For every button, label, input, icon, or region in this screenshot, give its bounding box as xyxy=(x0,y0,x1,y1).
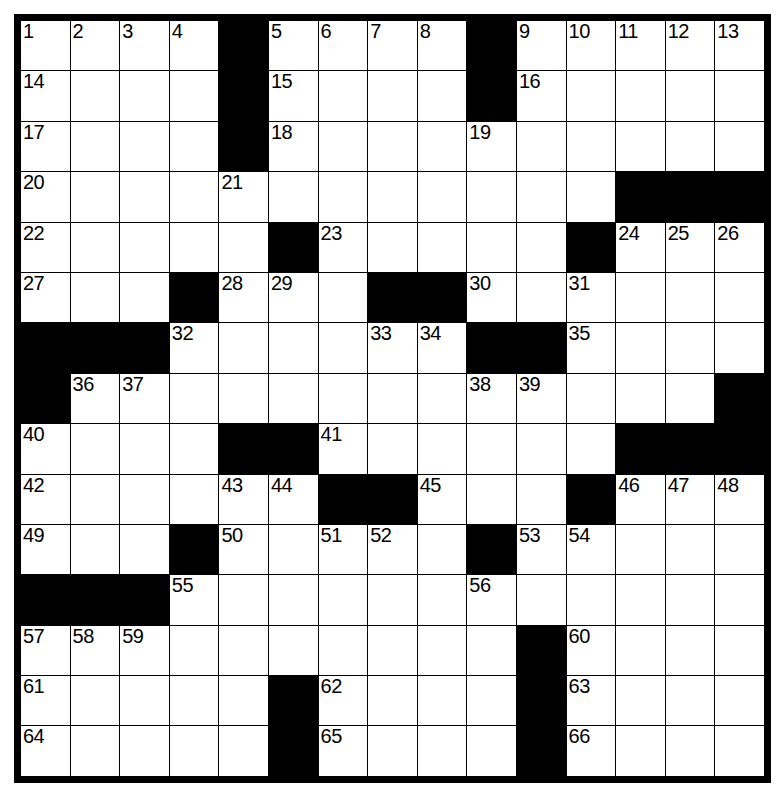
clue-number: 55 xyxy=(172,575,193,595)
cell-r5c2[interactable] xyxy=(71,223,120,272)
cell-r9c11[interactable] xyxy=(517,424,566,473)
cell-r7c15[interactable] xyxy=(715,323,764,372)
cell-r14c13[interactable] xyxy=(616,676,665,725)
cell-r10c11[interactable] xyxy=(517,475,566,524)
cell-r13c9[interactable] xyxy=(418,626,467,675)
clue-number: 36 xyxy=(73,374,94,394)
cell-r6c3[interactable] xyxy=(120,273,169,322)
clue-number: 16 xyxy=(519,71,540,91)
page: 1234567891011121314151617181920212223242… xyxy=(0,0,784,800)
cell-r6c14[interactable] xyxy=(666,273,715,322)
cell-r3c14[interactable] xyxy=(666,122,715,171)
cell-r11c9[interactable] xyxy=(418,525,467,574)
clue-number: 28 xyxy=(221,273,242,293)
clue-number: 47 xyxy=(668,475,689,495)
cell-r14c12[interactable]: 63 xyxy=(567,676,616,725)
cell-r1c3[interactable]: 3 xyxy=(120,21,169,70)
cell-r12c13[interactable] xyxy=(616,575,665,624)
cell-r13c12[interactable]: 60 xyxy=(567,626,616,675)
cell-r4c8[interactable] xyxy=(368,172,417,221)
cell-r13c5[interactable] xyxy=(219,626,268,675)
cell-r11c7[interactable]: 51 xyxy=(319,525,368,574)
cell-r3c15[interactable] xyxy=(715,122,764,171)
cell-r9c10[interactable] xyxy=(467,424,516,473)
cell-r7c7[interactable] xyxy=(319,323,368,372)
cell-r1c7[interactable]: 6 xyxy=(319,21,368,70)
cell-r15c15[interactable] xyxy=(715,726,764,775)
cell-r10c2[interactable] xyxy=(71,475,120,524)
clue-number: 53 xyxy=(519,525,540,545)
clue-number: 62 xyxy=(321,676,342,696)
cell-r9c5 xyxy=(219,424,268,473)
cell-r2c7[interactable] xyxy=(319,71,368,120)
cell-r5c13[interactable]: 24 xyxy=(616,223,665,272)
cell-r6c9 xyxy=(418,273,467,322)
cell-r9c14 xyxy=(666,424,715,473)
cell-r5c9[interactable] xyxy=(418,223,467,272)
cell-r15c2[interactable] xyxy=(71,726,120,775)
cell-r15c12[interactable]: 66 xyxy=(567,726,616,775)
cell-r13c1[interactable]: 57 xyxy=(21,626,70,675)
cell-r6c1[interactable]: 27 xyxy=(21,273,70,322)
clue-number: 52 xyxy=(370,525,391,545)
cell-r12c1 xyxy=(21,575,70,624)
cell-r11c6[interactable] xyxy=(269,525,318,574)
cell-r13c13[interactable] xyxy=(616,626,665,675)
cell-r8c8[interactable] xyxy=(368,374,417,423)
clue-number: 46 xyxy=(618,475,639,495)
cell-r6c8 xyxy=(368,273,417,322)
clue-number: 37 xyxy=(122,374,143,394)
cell-r8c4[interactable] xyxy=(170,374,219,423)
clue-number: 35 xyxy=(569,323,590,343)
cell-r11c12[interactable]: 54 xyxy=(567,525,616,574)
cell-r2c12[interactable] xyxy=(567,71,616,120)
cell-r4c13 xyxy=(616,172,665,221)
clue-number: 4 xyxy=(172,21,183,41)
clue-number: 17 xyxy=(23,122,44,142)
cell-r2c15[interactable] xyxy=(715,71,764,120)
cell-r15c9[interactable] xyxy=(418,726,467,775)
cell-r13c3[interactable]: 59 xyxy=(120,626,169,675)
cell-r13c8[interactable] xyxy=(368,626,417,675)
clue-number: 60 xyxy=(569,626,590,646)
clue-number: 24 xyxy=(618,223,639,243)
cell-r4c4[interactable] xyxy=(170,172,219,221)
clue-number: 54 xyxy=(569,525,590,545)
cell-r4c11[interactable] xyxy=(517,172,566,221)
cell-r6c4 xyxy=(170,273,219,322)
cell-r4c5[interactable]: 21 xyxy=(219,172,268,221)
clue-number: 66 xyxy=(569,726,590,746)
cell-r14c11 xyxy=(517,676,566,725)
cell-r10c8 xyxy=(368,475,417,524)
clue-number: 25 xyxy=(668,223,689,243)
cell-r1c13[interactable]: 11 xyxy=(616,21,665,70)
cell-r9c9[interactable] xyxy=(418,424,467,473)
cell-r7c4[interactable]: 32 xyxy=(170,323,219,372)
cell-r10c15[interactable]: 48 xyxy=(715,475,764,524)
cell-r11c11[interactable]: 53 xyxy=(517,525,566,574)
clue-number: 56 xyxy=(469,575,490,595)
cell-r12c6[interactable] xyxy=(269,575,318,624)
cell-r12c4[interactable]: 55 xyxy=(170,575,219,624)
cell-r10c12 xyxy=(567,475,616,524)
cell-r4c7[interactable] xyxy=(319,172,368,221)
cell-r2c5 xyxy=(219,71,268,120)
cell-r12c2 xyxy=(71,575,120,624)
cell-r9c4[interactable] xyxy=(170,424,219,473)
cell-r3c7[interactable] xyxy=(319,122,368,171)
cell-r6c7[interactable] xyxy=(319,273,368,322)
cell-r11c5[interactable]: 50 xyxy=(219,525,268,574)
clue-number: 11 xyxy=(618,21,638,41)
cell-r7c3 xyxy=(120,323,169,372)
cell-r1c15[interactable]: 13 xyxy=(715,21,764,70)
cell-r1c4[interactable]: 4 xyxy=(170,21,219,70)
cell-r12c10[interactable]: 56 xyxy=(467,575,516,624)
cell-r10c10[interactable] xyxy=(467,475,516,524)
cell-r5c5[interactable] xyxy=(219,223,268,272)
cell-r9c6 xyxy=(269,424,318,473)
cell-r5c15[interactable]: 26 xyxy=(715,223,764,272)
cell-r11c10 xyxy=(467,525,516,574)
clue-number: 61 xyxy=(23,676,44,696)
cell-r5c14[interactable]: 25 xyxy=(666,223,715,272)
cell-r3c11[interactable] xyxy=(517,122,566,171)
cell-r12c15[interactable] xyxy=(715,575,764,624)
cell-r14c2[interactable] xyxy=(71,676,120,725)
clue-number: 30 xyxy=(469,273,490,293)
cell-r2c11[interactable]: 16 xyxy=(517,71,566,120)
cell-r10c5[interactable]: 43 xyxy=(219,475,268,524)
cell-r8c3[interactable]: 37 xyxy=(120,374,169,423)
cell-r7c1 xyxy=(21,323,70,372)
cell-r7c13[interactable] xyxy=(616,323,665,372)
cell-r9c15 xyxy=(715,424,764,473)
cell-r4c3[interactable] xyxy=(120,172,169,221)
cell-r2c6[interactable]: 15 xyxy=(269,71,318,120)
clue-number: 12 xyxy=(668,21,689,41)
clue-number: 63 xyxy=(569,676,590,696)
cell-r4c2[interactable] xyxy=(71,172,120,221)
cell-r14c3[interactable] xyxy=(120,676,169,725)
cell-r5c11[interactable] xyxy=(517,223,566,272)
cell-r14c4[interactable] xyxy=(170,676,219,725)
cell-r2c2[interactable] xyxy=(71,71,120,120)
cell-r15c1[interactable]: 64 xyxy=(21,726,70,775)
cell-r14c10[interactable] xyxy=(467,676,516,725)
cell-r8c11[interactable]: 39 xyxy=(517,374,566,423)
clue-number: 5 xyxy=(271,21,282,41)
cell-r9c3[interactable] xyxy=(120,424,169,473)
clue-number: 7 xyxy=(370,21,381,41)
cell-r8c6[interactable] xyxy=(269,374,318,423)
clue-number: 13 xyxy=(717,21,738,41)
cell-r14c15[interactable] xyxy=(715,676,764,725)
clue-number: 40 xyxy=(23,424,44,444)
cell-r10c3[interactable] xyxy=(120,475,169,524)
cell-r13c4[interactable] xyxy=(170,626,219,675)
cell-r8c14[interactable] xyxy=(666,374,715,423)
cell-r6c5[interactable]: 28 xyxy=(219,273,268,322)
clue-number: 2 xyxy=(73,21,84,41)
cell-r12c14[interactable] xyxy=(666,575,715,624)
cell-r15c5[interactable] xyxy=(219,726,268,775)
cell-r12c11[interactable] xyxy=(517,575,566,624)
clue-number: 9 xyxy=(519,21,530,41)
clue-number: 57 xyxy=(23,626,44,646)
cell-r6c6[interactable]: 29 xyxy=(269,273,318,322)
cell-r8c2[interactable]: 36 xyxy=(71,374,120,423)
cell-r2c10 xyxy=(467,71,516,120)
cell-r8c9[interactable] xyxy=(418,374,467,423)
cell-r3c6[interactable]: 18 xyxy=(269,122,318,171)
cell-r15c3[interactable] xyxy=(120,726,169,775)
cell-r10c4[interactable] xyxy=(170,475,219,524)
cell-r1c2[interactable]: 2 xyxy=(71,21,120,70)
cell-r8c12[interactable] xyxy=(567,374,616,423)
cell-r5c1[interactable]: 22 xyxy=(21,223,70,272)
cell-r15c14[interactable] xyxy=(666,726,715,775)
cell-r7c11 xyxy=(517,323,566,372)
clue-number: 1 xyxy=(23,21,34,41)
clue-number: 14 xyxy=(23,71,44,91)
cell-r9c13 xyxy=(616,424,665,473)
clue-number: 43 xyxy=(221,475,242,495)
cell-r4c14 xyxy=(666,172,715,221)
cell-r8c13[interactable] xyxy=(616,374,665,423)
clue-number: 8 xyxy=(420,21,431,41)
clue-number: 49 xyxy=(23,525,44,545)
cell-r13c6[interactable] xyxy=(269,626,318,675)
cell-r2c4[interactable] xyxy=(170,71,219,120)
cell-r10c1[interactable]: 42 xyxy=(21,475,70,524)
cell-r4c9[interactable] xyxy=(418,172,467,221)
cell-r5c4[interactable] xyxy=(170,223,219,272)
cell-r12c8[interactable] xyxy=(368,575,417,624)
cell-r3c12[interactable] xyxy=(567,122,616,171)
cell-r15c13[interactable] xyxy=(616,726,665,775)
cell-r6c12[interactable]: 31 xyxy=(567,273,616,322)
clue-number: 32 xyxy=(172,323,193,343)
cell-r2c3[interactable] xyxy=(120,71,169,120)
clue-number: 26 xyxy=(717,223,738,243)
cell-r11c15[interactable] xyxy=(715,525,764,574)
cell-r7c6[interactable] xyxy=(269,323,318,372)
cell-r9c1[interactable]: 40 xyxy=(21,424,70,473)
cell-r10c7 xyxy=(319,475,368,524)
cell-r15c8[interactable] xyxy=(368,726,417,775)
cell-r3c10[interactable]: 19 xyxy=(467,122,516,171)
cell-r1c11[interactable]: 9 xyxy=(517,21,566,70)
clue-number: 33 xyxy=(370,323,391,343)
cell-r9c12[interactable] xyxy=(567,424,616,473)
clue-number: 42 xyxy=(23,475,44,495)
clue-number: 50 xyxy=(221,525,242,545)
cell-r9c2[interactable] xyxy=(71,424,120,473)
cell-r5c6 xyxy=(269,223,318,272)
cell-r5c12 xyxy=(567,223,616,272)
cell-r1c14[interactable]: 12 xyxy=(666,21,715,70)
cell-r3c9[interactable] xyxy=(418,122,467,171)
cell-r5c3[interactable] xyxy=(120,223,169,272)
cell-r5c8[interactable] xyxy=(368,223,417,272)
clue-number: 6 xyxy=(321,21,332,41)
cell-r8c1 xyxy=(21,374,70,423)
clue-number: 51 xyxy=(321,525,342,545)
clue-number: 59 xyxy=(122,626,143,646)
clue-number: 3 xyxy=(122,21,133,41)
cell-r10c13[interactable]: 46 xyxy=(616,475,665,524)
cell-r1c10 xyxy=(467,21,516,70)
clue-number: 31 xyxy=(569,273,590,293)
cell-r7c14[interactable] xyxy=(666,323,715,372)
cell-r2c1[interactable]: 14 xyxy=(21,71,70,120)
cell-r3c1[interactable]: 17 xyxy=(21,122,70,171)
cell-r15c6 xyxy=(269,726,318,775)
clue-number: 65 xyxy=(321,726,342,746)
cell-r14c7[interactable]: 62 xyxy=(319,676,368,725)
cell-r13c7[interactable] xyxy=(319,626,368,675)
cell-r9c7[interactable]: 41 xyxy=(319,424,368,473)
cell-r8c10[interactable]: 38 xyxy=(467,374,516,423)
clue-number: 27 xyxy=(23,273,44,293)
cell-r14c8[interactable] xyxy=(368,676,417,725)
cell-r11c4 xyxy=(170,525,219,574)
cell-r13c14[interactable] xyxy=(666,626,715,675)
cell-r11c1[interactable]: 49 xyxy=(21,525,70,574)
cell-r15c4[interactable] xyxy=(170,726,219,775)
cell-r13c11 xyxy=(517,626,566,675)
cell-r7c5[interactable] xyxy=(219,323,268,372)
cell-r5c7[interactable]: 23 xyxy=(319,223,368,272)
cell-r4c10[interactable] xyxy=(467,172,516,221)
cell-r6c15[interactable] xyxy=(715,273,764,322)
cell-r2c14[interactable] xyxy=(666,71,715,120)
clue-number: 15 xyxy=(271,71,292,91)
cell-r12c5[interactable] xyxy=(219,575,268,624)
cell-r11c13[interactable] xyxy=(616,525,665,574)
clue-number: 34 xyxy=(420,323,441,343)
cell-r1c9[interactable]: 8 xyxy=(418,21,467,70)
cell-r7c2 xyxy=(71,323,120,372)
cell-r14c14[interactable] xyxy=(666,676,715,725)
cell-r12c7[interactable] xyxy=(319,575,368,624)
cell-r11c3[interactable] xyxy=(120,525,169,574)
cell-r7c10 xyxy=(467,323,516,372)
cell-r13c10[interactable] xyxy=(467,626,516,675)
cell-r10c14[interactable]: 47 xyxy=(666,475,715,524)
cell-r6c2[interactable] xyxy=(71,273,120,322)
cell-r14c9[interactable] xyxy=(418,676,467,725)
cell-r6c13[interactable] xyxy=(616,273,665,322)
cell-r8c5[interactable] xyxy=(219,374,268,423)
cell-r3c5 xyxy=(219,122,268,171)
cell-r11c8[interactable]: 52 xyxy=(368,525,417,574)
cell-r14c6 xyxy=(269,676,318,725)
cell-r2c8[interactable] xyxy=(368,71,417,120)
cell-r10c9[interactable]: 45 xyxy=(418,475,467,524)
clue-number: 23 xyxy=(321,223,342,243)
cell-r4c15 xyxy=(715,172,764,221)
cell-r6c11[interactable] xyxy=(517,273,566,322)
clue-number: 44 xyxy=(271,475,292,495)
cell-r2c9[interactable] xyxy=(418,71,467,120)
cell-r15c7[interactable]: 65 xyxy=(319,726,368,775)
cell-r11c14[interactable] xyxy=(666,525,715,574)
cell-r13c15[interactable] xyxy=(715,626,764,675)
cell-r11c2[interactable] xyxy=(71,525,120,574)
cell-r3c2[interactable] xyxy=(71,122,120,171)
cell-r7c12[interactable]: 35 xyxy=(567,323,616,372)
cell-r2c13[interactable] xyxy=(616,71,665,120)
clue-number: 39 xyxy=(519,374,540,394)
clue-number: 19 xyxy=(469,122,490,142)
cell-r15c10[interactable] xyxy=(467,726,516,775)
cell-r5c10[interactable] xyxy=(467,223,516,272)
cell-r15c11 xyxy=(517,726,566,775)
cell-r6c10[interactable]: 30 xyxy=(467,273,516,322)
clue-number: 45 xyxy=(420,475,441,495)
cell-r14c5[interactable] xyxy=(219,676,268,725)
cell-r12c12[interactable] xyxy=(567,575,616,624)
clue-number: 20 xyxy=(23,172,44,192)
cell-r14c1[interactable]: 61 xyxy=(21,676,70,725)
clue-number: 48 xyxy=(717,475,738,495)
cell-r1c8[interactable]: 7 xyxy=(368,21,417,70)
cell-r7c9[interactable]: 34 xyxy=(418,323,467,372)
cell-r1c6[interactable]: 5 xyxy=(269,21,318,70)
cell-r12c3 xyxy=(120,575,169,624)
cell-r3c3[interactable] xyxy=(120,122,169,171)
clue-number: 10 xyxy=(569,21,590,41)
clue-number: 18 xyxy=(271,122,292,142)
cell-r9c8[interactable] xyxy=(368,424,417,473)
clue-number: 41 xyxy=(321,424,342,444)
clue-number: 64 xyxy=(23,726,44,746)
cell-r3c4[interactable] xyxy=(170,122,219,171)
cell-r13c2[interactable]: 58 xyxy=(71,626,120,675)
cell-r7c8[interactable]: 33 xyxy=(368,323,417,372)
cell-r1c12[interactable]: 10 xyxy=(567,21,616,70)
cell-r1c5 xyxy=(219,21,268,70)
clue-number: 58 xyxy=(73,626,94,646)
cell-r8c15 xyxy=(715,374,764,423)
cell-r1c1[interactable]: 1 xyxy=(21,21,70,70)
crossword-grid: 1234567891011121314151617181920212223242… xyxy=(14,14,771,783)
clue-number: 38 xyxy=(469,374,490,394)
cell-r10c6[interactable]: 44 xyxy=(269,475,318,524)
cell-r4c6[interactable] xyxy=(269,172,318,221)
cell-r12c9[interactable] xyxy=(418,575,467,624)
cell-r4c12[interactable] xyxy=(567,172,616,221)
clue-number: 22 xyxy=(23,223,44,243)
cell-r4c1[interactable]: 20 xyxy=(21,172,70,221)
cell-r8c7[interactable] xyxy=(319,374,368,423)
cell-r3c8[interactable] xyxy=(368,122,417,171)
clue-number: 21 xyxy=(221,172,242,192)
cell-r3c13[interactable] xyxy=(616,122,665,171)
clue-number: 29 xyxy=(271,273,292,293)
